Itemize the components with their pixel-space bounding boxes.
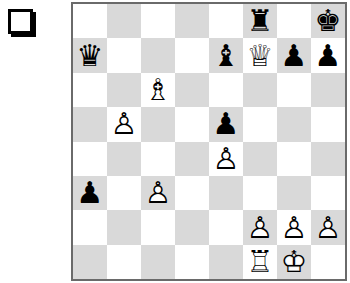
square-a8[interactable] — [73, 4, 107, 38]
black-pawn[interactable]: ♟ — [311, 39, 345, 73]
black-pawn[interactable]: ♟ — [73, 176, 107, 210]
white-pawn[interactable]: ♟♙ — [107, 107, 141, 141]
square-g5[interactable] — [277, 107, 311, 141]
chess-board: ♜♚♛♝♛♕♟♟♝♗♟♙♟♟♙♟♟♙♟♙♟♙♟♙♜♖♚♔ — [71, 2, 347, 281]
square-e2[interactable] — [209, 210, 243, 244]
square-d8[interactable] — [175, 4, 209, 38]
white-pawn[interactable]: ♟♙ — [243, 211, 277, 245]
square-b1[interactable] — [107, 245, 141, 279]
square-h3[interactable] — [311, 176, 345, 210]
white-pawn-outline: ♙ — [107, 107, 141, 141]
black-pawn-glyph: ♟ — [277, 39, 311, 73]
square-c7[interactable] — [141, 38, 175, 72]
square-b6[interactable] — [107, 73, 141, 107]
square-g6[interactable] — [277, 73, 311, 107]
white-pawn[interactable]: ♟♙ — [209, 142, 243, 176]
white-pawn-outline: ♙ — [311, 211, 345, 245]
square-a7[interactable]: ♛ — [73, 38, 107, 72]
square-a6[interactable] — [73, 73, 107, 107]
white-queen[interactable]: ♛♕ — [243, 39, 277, 73]
white-queen-outline: ♕ — [243, 39, 277, 73]
white-pawn[interactable]: ♟♙ — [277, 211, 311, 245]
black-pawn[interactable]: ♟ — [209, 107, 243, 141]
square-a3[interactable]: ♟ — [73, 176, 107, 210]
chess-diagram: ♜♚♛♝♛♕♟♟♝♗♟♙♟♟♙♟♟♙♟♙♟♙♟♙♜♖♚♔ — [0, 0, 350, 283]
white-pawn[interactable]: ♟♙ — [311, 211, 345, 245]
square-a5[interactable] — [73, 107, 107, 141]
square-a2[interactable] — [73, 210, 107, 244]
black-bishop-glyph: ♝ — [209, 39, 243, 73]
square-c8[interactable] — [141, 4, 175, 38]
square-b3[interactable] — [107, 176, 141, 210]
square-c2[interactable] — [141, 210, 175, 244]
square-d2[interactable] — [175, 210, 209, 244]
black-queen[interactable]: ♛ — [73, 39, 107, 73]
black-rook[interactable]: ♜ — [243, 4, 277, 38]
square-h4[interactable] — [311, 142, 345, 176]
white-bishop-outline: ♗ — [141, 73, 175, 107]
square-e5[interactable]: ♟ — [209, 107, 243, 141]
square-b8[interactable] — [107, 4, 141, 38]
square-f3[interactable] — [243, 176, 277, 210]
white-pawn[interactable]: ♟♙ — [141, 176, 175, 210]
square-h2[interactable]: ♟♙ — [311, 210, 345, 244]
black-king-glyph: ♚ — [311, 4, 345, 38]
square-d5[interactable] — [175, 107, 209, 141]
square-g8[interactable] — [277, 4, 311, 38]
square-g3[interactable] — [277, 176, 311, 210]
white-to-move-icon — [8, 9, 33, 34]
white-king[interactable]: ♚♔ — [277, 245, 311, 279]
square-a4[interactable] — [73, 142, 107, 176]
square-g1[interactable]: ♚♔ — [277, 245, 311, 279]
square-b7[interactable] — [107, 38, 141, 72]
black-pawn-glyph: ♟ — [311, 39, 345, 73]
square-e7[interactable]: ♝ — [209, 38, 243, 72]
square-d7[interactable] — [175, 38, 209, 72]
black-king[interactable]: ♚ — [311, 4, 345, 38]
square-c4[interactable] — [141, 142, 175, 176]
black-pawn-glyph: ♟ — [209, 107, 243, 141]
square-g7[interactable]: ♟ — [277, 38, 311, 72]
white-rook-outline: ♖ — [243, 245, 277, 279]
square-f6[interactable] — [243, 73, 277, 107]
black-pawn-glyph: ♟ — [73, 176, 107, 210]
white-rook[interactable]: ♜♖ — [243, 245, 277, 279]
black-bishop[interactable]: ♝ — [209, 39, 243, 73]
square-d1[interactable] — [175, 245, 209, 279]
square-g4[interactable] — [277, 142, 311, 176]
square-h8[interactable]: ♚ — [311, 4, 345, 38]
square-h5[interactable] — [311, 107, 345, 141]
square-d6[interactable] — [175, 73, 209, 107]
square-e6[interactable] — [209, 73, 243, 107]
square-e4[interactable]: ♟♙ — [209, 142, 243, 176]
square-b4[interactable] — [107, 142, 141, 176]
white-king-outline: ♔ — [277, 245, 311, 279]
square-b2[interactable] — [107, 210, 141, 244]
square-h7[interactable]: ♟ — [311, 38, 345, 72]
square-c6[interactable]: ♝♗ — [141, 73, 175, 107]
square-e1[interactable] — [209, 245, 243, 279]
square-h6[interactable] — [311, 73, 345, 107]
square-c5[interactable] — [141, 107, 175, 141]
white-pawn-outline: ♙ — [209, 142, 243, 176]
white-pawn-outline: ♙ — [277, 211, 311, 245]
square-f1[interactable]: ♜♖ — [243, 245, 277, 279]
square-c3[interactable]: ♟♙ — [141, 176, 175, 210]
square-f7[interactable]: ♛♕ — [243, 38, 277, 72]
square-f5[interactable] — [243, 107, 277, 141]
square-h1[interactable] — [311, 245, 345, 279]
black-pawn[interactable]: ♟ — [277, 39, 311, 73]
black-queen-glyph: ♛ — [73, 39, 107, 73]
black-rook-glyph: ♜ — [243, 4, 277, 38]
square-d4[interactable] — [175, 142, 209, 176]
square-a1[interactable] — [73, 245, 107, 279]
square-e8[interactable] — [209, 4, 243, 38]
square-e3[interactable] — [209, 176, 243, 210]
square-f2[interactable]: ♟♙ — [243, 210, 277, 244]
square-c1[interactable] — [141, 245, 175, 279]
white-pawn-outline: ♙ — [243, 211, 277, 245]
square-f8[interactable]: ♜ — [243, 4, 277, 38]
white-bishop[interactable]: ♝♗ — [141, 73, 175, 107]
square-b5[interactable]: ♟♙ — [107, 107, 141, 141]
white-pawn-outline: ♙ — [141, 176, 175, 210]
square-g2[interactable]: ♟♙ — [277, 210, 311, 244]
square-f4[interactable] — [243, 142, 277, 176]
square-d3[interactable] — [175, 176, 209, 210]
